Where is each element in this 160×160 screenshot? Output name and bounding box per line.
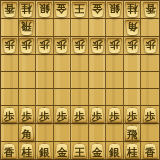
piece-kanji: 角: [22, 126, 33, 140]
koma-tile: 飛: [19, 20, 34, 36]
sente-pawn-piece[interactable]: 歩: [2, 107, 17, 123]
gote-king-piece[interactable]: 王: [72, 2, 87, 18]
square-9-2[interactable]: [1, 19, 19, 37]
sente-pawn-piece[interactable]: 歩: [90, 107, 105, 123]
gote-pawn-piece[interactable]: 歩: [37, 38, 52, 54]
koma-tile: 王: [72, 2, 87, 18]
koma-tile: 歩: [72, 38, 87, 54]
square-1-6[interactable]: [141, 89, 159, 106]
koma-tile: 歩: [19, 38, 34, 54]
piece-kanji: 飛: [127, 126, 138, 140]
square-1-2[interactable]: [141, 19, 159, 37]
piece-kanji: 歩: [127, 39, 138, 53]
piece-kanji: 飛: [22, 21, 33, 35]
square-3-3[interactable]: 歩: [106, 37, 124, 55]
square-7-4[interactable]: [36, 55, 54, 72]
square-2-3[interactable]: 歩: [124, 37, 142, 55]
koma-tile: 香: [2, 143, 17, 159]
square-4-7[interactable]: 歩: [89, 106, 107, 124]
square-7-1[interactable]: 銀: [36, 1, 54, 19]
sente-knight-piece[interactable]: 桂: [125, 143, 140, 159]
square-4-1[interactable]: 金: [89, 1, 107, 19]
square-2-4[interactable]: [124, 55, 142, 72]
square-2-6[interactable]: [124, 89, 142, 106]
square-1-4[interactable]: [141, 55, 159, 72]
piece-kanji: 歩: [92, 108, 103, 122]
sente-pawn-piece[interactable]: 歩: [107, 107, 122, 123]
square-6-4[interactable]: [54, 55, 72, 72]
koma-tile: 桂: [19, 2, 34, 18]
gote-lance-piece[interactable]: 香: [143, 2, 158, 18]
koma-tile: 香: [2, 2, 17, 18]
piece-kanji: 桂: [127, 3, 138, 17]
piece-kanji: 歩: [145, 108, 156, 122]
square-5-4[interactable]: [71, 55, 89, 72]
koma-tile: 桂: [125, 143, 140, 159]
koma-tile: 銀: [107, 143, 122, 159]
sente-pawn-piece[interactable]: 歩: [54, 107, 69, 123]
piece-kanji: 銀: [39, 3, 50, 17]
piece-kanji: 歩: [4, 39, 15, 53]
piece-kanji: 歩: [92, 39, 103, 53]
gote-knight-piece[interactable]: 桂: [125, 2, 140, 18]
square-4-4[interactable]: [89, 55, 107, 72]
sente-silver-piece[interactable]: 銀: [37, 143, 52, 159]
gote-pawn-piece[interactable]: 歩: [19, 38, 34, 54]
square-3-6[interactable]: [106, 89, 124, 106]
gote-silver-piece[interactable]: 銀: [37, 2, 52, 18]
square-1-3[interactable]: 歩: [141, 37, 159, 55]
koma-tile: 歩: [2, 38, 17, 54]
square-1-9[interactable]: 香: [141, 142, 159, 159]
piece-kanji: 香: [145, 3, 156, 17]
square-8-4[interactable]: [19, 55, 37, 72]
square-4-6[interactable]: [89, 89, 107, 106]
square-2-1[interactable]: 桂: [124, 1, 142, 19]
piece-kanji: 銀: [109, 3, 120, 17]
square-3-1[interactable]: 銀: [106, 1, 124, 19]
shogi-board: 香桂銀金王金銀桂香飛角歩歩歩歩歩歩歩歩歩歩歩歩歩歩歩歩歩歩角飛香桂銀金王金銀桂香: [0, 0, 160, 160]
square-7-9[interactable]: 銀: [36, 142, 54, 159]
square-6-1[interactable]: 金: [54, 1, 72, 19]
square-5-2[interactable]: [71, 19, 89, 37]
shogi-board-area: 香桂銀金王金銀桂香飛角歩歩歩歩歩歩歩歩歩歩歩歩歩歩歩歩歩歩角飛香桂銀金王金銀桂香: [0, 0, 160, 160]
square-5-7[interactable]: 歩: [71, 106, 89, 124]
gote-bishop-piece[interactable]: 角: [125, 20, 140, 36]
piece-kanji: 金: [57, 144, 68, 158]
piece-kanji: 歩: [39, 39, 50, 53]
piece-kanji: 王: [74, 144, 85, 158]
square-8-1[interactable]: 桂: [19, 1, 37, 19]
gote-pawn-piece[interactable]: 歩: [90, 38, 105, 54]
square-8-5[interactable]: [19, 72, 37, 89]
piece-kanji: 角: [127, 21, 138, 35]
square-8-6[interactable]: [19, 89, 37, 106]
square-2-7[interactable]: 歩: [124, 106, 142, 124]
sente-pawn-piece[interactable]: 歩: [19, 107, 34, 123]
sente-pawn-piece[interactable]: 歩: [143, 107, 158, 123]
gote-silver-piece[interactable]: 銀: [107, 2, 122, 18]
koma-tile: 歩: [125, 107, 140, 123]
piece-kanji: 歩: [109, 39, 120, 53]
square-3-7[interactable]: 歩: [106, 106, 124, 124]
square-6-3[interactable]: 歩: [54, 37, 72, 55]
square-9-8[interactable]: [1, 124, 19, 142]
piece-kanji: 金: [92, 144, 103, 158]
koma-tile: 歩: [54, 38, 69, 54]
square-6-9[interactable]: 金: [54, 142, 72, 159]
square-6-5[interactable]: [54, 72, 72, 89]
square-8-3[interactable]: 歩: [19, 37, 37, 55]
gote-gold-piece[interactable]: 金: [54, 2, 69, 18]
koma-tile: 歩: [54, 107, 69, 123]
square-5-3[interactable]: 歩: [71, 37, 89, 55]
piece-kanji: 歩: [22, 108, 33, 122]
square-6-2[interactable]: [54, 19, 72, 37]
square-4-3[interactable]: 歩: [89, 37, 107, 55]
piece-kanji: 歩: [57, 108, 68, 122]
square-6-6[interactable]: [54, 89, 72, 106]
koma-tile: 歩: [2, 107, 17, 123]
koma-tile: 桂: [19, 143, 34, 159]
koma-tile: 金: [90, 2, 105, 18]
square-2-8[interactable]: 飛: [124, 124, 142, 142]
square-3-5[interactable]: [106, 72, 124, 89]
piece-kanji: 桂: [127, 144, 138, 158]
gote-pawn-piece[interactable]: 歩: [2, 38, 17, 54]
square-2-2[interactable]: 角: [124, 19, 142, 37]
koma-tile: 歩: [90, 38, 105, 54]
piece-kanji: 香: [4, 144, 15, 158]
piece-kanji: 歩: [4, 108, 15, 122]
piece-kanji: 歩: [22, 39, 33, 53]
square-7-5[interactable]: [36, 72, 54, 89]
square-4-5[interactable]: [89, 72, 107, 89]
piece-kanji: 銀: [109, 144, 120, 158]
koma-tile: 香: [143, 2, 158, 18]
square-8-9[interactable]: 桂: [19, 142, 37, 159]
gote-gold-piece[interactable]: 金: [90, 2, 105, 18]
koma-tile: 歩: [107, 107, 122, 123]
square-8-8[interactable]: 角: [19, 124, 37, 142]
square-9-7[interactable]: 歩: [1, 106, 19, 124]
square-4-8[interactable]: [89, 124, 107, 142]
square-1-1[interactable]: 香: [141, 1, 159, 19]
square-3-4[interactable]: [106, 55, 124, 72]
koma-tile: 歩: [107, 38, 122, 54]
koma-tile: 金: [54, 2, 69, 18]
piece-kanji: 歩: [127, 108, 138, 122]
koma-tile: 角: [19, 125, 34, 141]
piece-kanji: 王: [74, 3, 85, 17]
square-7-2[interactable]: [36, 19, 54, 37]
square-8-7[interactable]: 歩: [19, 106, 37, 124]
koma-tile: 歩: [19, 107, 34, 123]
piece-kanji: 香: [4, 3, 15, 17]
piece-kanji: 銀: [39, 144, 50, 158]
square-7-6[interactable]: [36, 89, 54, 106]
square-6-7[interactable]: 歩: [54, 106, 72, 124]
square-1-8[interactable]: [141, 124, 159, 142]
square-7-8[interactable]: [36, 124, 54, 142]
square-6-8[interactable]: [54, 124, 72, 142]
sente-silver-piece[interactable]: 銀: [107, 143, 122, 159]
square-7-3[interactable]: 歩: [36, 37, 54, 55]
koma-tile: 歩: [90, 107, 105, 123]
sente-lance-piece[interactable]: 香: [2, 143, 17, 159]
square-5-9[interactable]: 王: [71, 142, 89, 159]
koma-tile: 金: [54, 143, 69, 159]
gote-pawn-piece[interactable]: 歩: [72, 38, 87, 54]
sente-gold-piece[interactable]: 金: [90, 143, 105, 159]
square-9-1[interactable]: 香: [1, 1, 19, 19]
koma-tile: 銀: [107, 2, 122, 18]
square-9-9[interactable]: 香: [1, 142, 19, 159]
koma-tile: 飛: [125, 125, 140, 141]
square-3-9[interactable]: 銀: [106, 142, 124, 159]
piece-kanji: 歩: [109, 108, 120, 122]
gote-lance-piece[interactable]: 香: [2, 2, 17, 18]
sente-knight-piece[interactable]: 桂: [19, 143, 34, 159]
square-9-5[interactable]: [1, 72, 19, 89]
koma-tile: 銀: [37, 143, 52, 159]
piece-kanji: 金: [92, 3, 103, 17]
gote-pawn-piece[interactable]: 歩: [143, 38, 158, 54]
koma-tile: 桂: [125, 2, 140, 18]
piece-kanji: 歩: [57, 39, 68, 53]
koma-tile: 香: [143, 143, 158, 159]
gote-knight-piece[interactable]: 桂: [19, 2, 34, 18]
koma-tile: 王: [72, 143, 87, 159]
piece-kanji: 歩: [74, 108, 85, 122]
koma-tile: 歩: [37, 38, 52, 54]
sente-pawn-piece[interactable]: 歩: [72, 107, 87, 123]
square-3-2[interactable]: [106, 19, 124, 37]
square-1-7[interactable]: 歩: [141, 106, 159, 124]
sente-rook-piece[interactable]: 飛: [125, 125, 140, 141]
square-1-5[interactable]: [141, 72, 159, 89]
square-5-1[interactable]: 王: [71, 1, 89, 19]
square-3-8[interactable]: [106, 124, 124, 142]
square-9-3[interactable]: 歩: [1, 37, 19, 55]
koma-tile: 銀: [37, 2, 52, 18]
square-5-6[interactable]: [71, 89, 89, 106]
square-8-2[interactable]: 飛: [19, 19, 37, 37]
square-5-5[interactable]: [71, 72, 89, 89]
piece-kanji: 歩: [74, 39, 85, 53]
piece-kanji: 桂: [22, 144, 33, 158]
sente-lance-piece[interactable]: 香: [143, 143, 158, 159]
sente-pawn-piece[interactable]: 歩: [125, 107, 140, 123]
sente-gold-piece[interactable]: 金: [54, 143, 69, 159]
piece-kanji: 歩: [145, 39, 156, 53]
sente-bishop-piece[interactable]: 角: [19, 125, 34, 141]
gote-pawn-piece[interactable]: 歩: [54, 38, 69, 54]
square-2-9[interactable]: 桂: [124, 142, 142, 159]
koma-tile: 角: [125, 20, 140, 36]
sente-pawn-piece[interactable]: 歩: [37, 107, 52, 123]
piece-kanji: 香: [145, 144, 156, 158]
piece-kanji: 金: [57, 3, 68, 17]
gote-pawn-piece[interactable]: 歩: [125, 38, 140, 54]
koma-tile: 歩: [37, 107, 52, 123]
square-2-5[interactable]: [124, 72, 142, 89]
piece-kanji: 桂: [22, 3, 33, 17]
piece-kanji: 歩: [39, 108, 50, 122]
gote-pawn-piece[interactable]: 歩: [107, 38, 122, 54]
koma-tile: 歩: [125, 38, 140, 54]
square-9-6[interactable]: [1, 89, 19, 106]
square-7-7[interactable]: 歩: [36, 106, 54, 124]
sente-king-piece[interactable]: 王: [72, 143, 87, 159]
square-4-9[interactable]: 金: [89, 142, 107, 159]
koma-tile: 金: [90, 143, 105, 159]
square-5-8[interactable]: [71, 124, 89, 142]
square-9-4[interactable]: [1, 55, 19, 72]
koma-tile: 歩: [143, 107, 158, 123]
koma-tile: 歩: [72, 107, 87, 123]
gote-rook-piece[interactable]: 飛: [19, 20, 34, 36]
koma-tile: 歩: [143, 38, 158, 54]
square-4-2[interactable]: [89, 19, 107, 37]
